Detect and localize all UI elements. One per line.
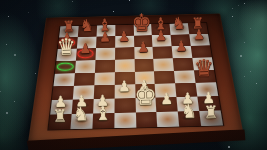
piece-black-pawn-c7[interactable]: ♟	[99, 30, 111, 44]
piece-black-pawn-b6[interactable]: ♟	[79, 42, 91, 56]
pieces-layer: ♜♞♝♚♝♞♜♟♟♟♟♟♟♟♟♛♛♟♟♟♟♟♚♟♟♟♜♞♝♞♜	[0, 0, 267, 150]
piece-black-pawn-f7[interactable]: ♟	[155, 29, 167, 43]
piece-white-knight-g1[interactable]: ♞	[181, 103, 197, 122]
piece-black-queen-h4[interactable]: ♛	[194, 56, 214, 80]
piece-black-pawn-g6[interactable]: ♟	[176, 40, 188, 54]
piece-black-knight-g8[interactable]: ♞	[172, 15, 186, 31]
piece-black-pawn-e6[interactable]: ♟	[137, 41, 149, 55]
piece-white-pawn-f2[interactable]: ♟	[160, 92, 173, 107]
piece-white-pawn-d3[interactable]: ♟	[118, 79, 131, 94]
board-wrapper: ♜♞♝♚♝♞♜♟♟♟♟♟♟♟♟♛♛♟♟♟♟♟♚♟♟♟♜♞♝♞♜	[0, 0, 267, 150]
piece-white-rook-a1[interactable]: ♜	[52, 107, 67, 124]
piece-black-pawn-h7[interactable]: ♟	[193, 28, 205, 42]
piece-black-king-e8[interactable]: ♚	[132, 10, 152, 34]
piece-white-knight-b1[interactable]: ♞	[73, 106, 89, 125]
piece-black-knight-b8[interactable]: ♞	[80, 18, 94, 34]
chess-game-scene: ♜♞♝♚♝♞♜♟♟♟♟♟♟♟♟♛♛♟♟♟♟♟♚♟♟♟♜♞♝♞♜	[0, 0, 267, 150]
piece-white-bishop-c1[interactable]: ♝	[94, 105, 110, 124]
piece-black-pawn-d7[interactable]: ♟	[118, 30, 130, 44]
piece-white-rook-h1[interactable]: ♜	[203, 104, 218, 121]
highlight-ring-green-a5[interactable]	[56, 62, 73, 71]
piece-white-king-e2[interactable]: ♚	[133, 83, 156, 110]
piece-white-queen-a6[interactable]: ♛	[56, 36, 75, 59]
